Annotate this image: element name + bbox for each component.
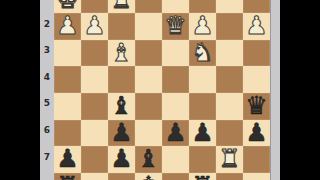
piece-black-pawn[interactable]: ♟: [191, 120, 213, 147]
square-f8[interactable]: [108, 173, 135, 180]
piece-white-pawn[interactable]: ♟: [83, 13, 105, 40]
piece-black-bishop[interactable]: ♝: [110, 93, 132, 120]
square-g5[interactable]: [81, 93, 108, 120]
square-e5[interactable]: [135, 93, 162, 120]
square-g2[interactable]: ♟: [81, 13, 108, 40]
square-b2[interactable]: [216, 13, 243, 40]
square-a6[interactable]: ♟: [243, 120, 270, 147]
square-d8[interactable]: [162, 173, 189, 180]
square-c8[interactable]: ♜: [189, 173, 216, 180]
piece-white-pawn[interactable]: ♟: [56, 13, 78, 40]
rank-label-2: 2: [40, 19, 54, 29]
square-e6[interactable]: [135, 120, 162, 147]
square-a2[interactable]: ♟: [243, 13, 270, 40]
piece-black-pawn[interactable]: ♟: [56, 146, 78, 173]
square-e8[interactable]: ♚: [135, 173, 162, 180]
rank-label-5: 5: [40, 98, 54, 108]
piece-black-rook[interactable]: ♜: [191, 173, 213, 180]
square-h8[interactable]: ♜: [54, 173, 81, 180]
piece-black-rook[interactable]: ♜: [56, 173, 78, 180]
square-c5[interactable]: [189, 93, 216, 120]
square-d7[interactable]: [162, 146, 189, 173]
square-a8[interactable]: [243, 173, 270, 180]
square-h2[interactable]: ♟: [54, 13, 81, 40]
square-f4[interactable]: [108, 66, 135, 93]
square-g3[interactable]: [81, 40, 108, 67]
square-d6[interactable]: ♟: [162, 120, 189, 147]
right-edge-strip: [270, 0, 280, 180]
square-e3[interactable]: [135, 40, 162, 67]
square-f3[interactable]: ♝: [108, 40, 135, 67]
square-h7[interactable]: ♟: [54, 146, 81, 173]
rank-label-7: 7: [40, 152, 54, 162]
square-b7[interactable]: ♜: [216, 146, 243, 173]
rank-label-6: 6: [40, 125, 54, 135]
square-c4[interactable]: [189, 66, 216, 93]
square-d5[interactable]: [162, 93, 189, 120]
square-h3[interactable]: [54, 40, 81, 67]
square-e2[interactable]: [135, 13, 162, 40]
square-e7[interactable]: ♝: [135, 146, 162, 173]
square-a3[interactable]: [243, 40, 270, 67]
square-b6[interactable]: [216, 120, 243, 147]
piece-black-pawn[interactable]: ♟: [164, 120, 186, 147]
square-g4[interactable]: [81, 66, 108, 93]
square-g8[interactable]: [81, 173, 108, 180]
square-d2[interactable]: ♛: [162, 13, 189, 40]
square-f5[interactable]: ♝: [108, 93, 135, 120]
square-c6[interactable]: ♟: [189, 120, 216, 147]
square-c3[interactable]: ♞: [189, 40, 216, 67]
square-a7[interactable]: [243, 146, 270, 173]
piece-white-queen[interactable]: ♛: [164, 13, 186, 40]
square-f7[interactable]: ♟: [108, 146, 135, 173]
square-a5[interactable]: ♛: [243, 93, 270, 120]
piece-black-queen[interactable]: ♛: [245, 93, 267, 120]
square-g6[interactable]: [81, 120, 108, 147]
piece-white-rook[interactable]: ♜: [110, 0, 132, 13]
square-a4[interactable]: [243, 66, 270, 93]
piece-white-rook[interactable]: ♜: [218, 146, 240, 173]
square-d3[interactable]: [162, 40, 189, 67]
square-g7[interactable]: [81, 146, 108, 173]
piece-black-king[interactable]: ♚: [137, 173, 159, 180]
piece-black-bishop[interactable]: ♝: [137, 146, 159, 173]
square-e1[interactable]: [135, 0, 162, 13]
square-h6[interactable]: [54, 120, 81, 147]
square-c7[interactable]: [189, 146, 216, 173]
square-b3[interactable]: [216, 40, 243, 67]
square-e4[interactable]: [135, 66, 162, 93]
square-f6[interactable]: ♟: [108, 120, 135, 147]
piece-white-pawn[interactable]: ♟: [245, 13, 267, 40]
rank-label-3: 3: [40, 45, 54, 55]
square-b8[interactable]: [216, 173, 243, 180]
chess-board: ♚♜♟♟♛♟♟♝♞♝♛♟♟♟♟♟♟♝♜♜♚♜: [54, 0, 270, 180]
piece-black-pawn[interactable]: ♟: [245, 120, 267, 147]
square-b5[interactable]: [216, 93, 243, 120]
piece-white-bishop[interactable]: ♝: [110, 40, 132, 67]
piece-black-pawn[interactable]: ♟: [110, 120, 132, 147]
square-d4[interactable]: [162, 66, 189, 93]
square-f1[interactable]: ♜: [108, 0, 135, 13]
video-frame: 234567 ♚♜♟♟♛♟♟♝♞♝♛♟♟♟♟♟♟♝♜♜♚♜: [0, 0, 320, 180]
square-f2[interactable]: [108, 13, 135, 40]
rank-labels-strip: 234567: [40, 0, 55, 180]
square-c2[interactable]: ♟: [189, 13, 216, 40]
rank-label-4: 4: [40, 72, 54, 82]
piece-white-pawn[interactable]: ♟: [191, 13, 213, 40]
square-b4[interactable]: [216, 66, 243, 93]
square-b1[interactable]: [216, 0, 243, 13]
piece-white-knight[interactable]: ♞: [191, 40, 213, 67]
piece-black-pawn[interactable]: ♟: [110, 146, 132, 173]
square-h5[interactable]: [54, 93, 81, 120]
square-h4[interactable]: [54, 66, 81, 93]
